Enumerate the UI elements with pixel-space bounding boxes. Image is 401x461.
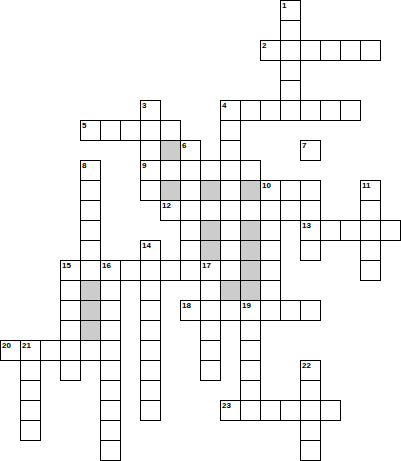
grid-cell[interactable] (200, 260, 221, 281)
grid-cell[interactable] (360, 240, 381, 261)
grid-cell[interactable] (200, 360, 221, 381)
shaded-cell (80, 300, 101, 321)
grid-cell[interactable] (280, 400, 301, 421)
grid-cell[interactable] (300, 440, 321, 461)
grid-cell[interactable] (300, 100, 321, 121)
grid-cell[interactable] (200, 160, 221, 181)
grid-cell[interactable] (120, 260, 141, 281)
grid-cell[interactable] (60, 360, 81, 381)
grid-cell[interactable] (140, 360, 161, 381)
grid-cell[interactable] (360, 220, 381, 241)
grid-cell[interactable] (200, 280, 221, 301)
grid-cell[interactable] (20, 340, 41, 361)
grid-cell[interactable] (280, 60, 301, 81)
grid-cell[interactable] (280, 0, 301, 21)
grid-cell[interactable] (280, 180, 301, 201)
grid-cell[interactable] (180, 200, 201, 221)
grid-cell[interactable] (280, 300, 301, 321)
grid-cell[interactable] (280, 80, 301, 101)
grid-cell[interactable] (160, 260, 181, 281)
grid-cell[interactable] (360, 200, 381, 221)
grid-cell[interactable] (160, 200, 181, 221)
grid-cell[interactable] (220, 120, 241, 141)
grid-cell[interactable] (280, 100, 301, 121)
shaded-cell (240, 220, 261, 241)
grid-cell[interactable] (220, 220, 241, 241)
grid-cell[interactable] (140, 320, 161, 341)
grid-cell[interactable] (120, 120, 141, 141)
grid-cell[interactable] (300, 420, 321, 441)
shaded-cell (80, 320, 101, 341)
grid-cell[interactable] (100, 280, 121, 301)
grid-cell[interactable] (200, 300, 221, 321)
grid-cell[interactable] (280, 200, 301, 221)
grid-cell[interactable] (300, 140, 321, 161)
grid-cell[interactable] (200, 200, 221, 221)
grid-cell[interactable] (300, 380, 321, 401)
grid-cell[interactable] (20, 420, 41, 441)
grid-cell[interactable] (240, 340, 261, 361)
grid-cell[interactable] (180, 220, 201, 241)
shaded-cell (80, 280, 101, 301)
grid-cell[interactable] (40, 340, 61, 361)
grid-cell[interactable] (60, 260, 81, 281)
grid-cell[interactable] (220, 140, 241, 161)
grid-cell[interactable] (220, 240, 241, 261)
shaded-cell (200, 220, 221, 241)
grid-cell[interactable] (100, 320, 121, 341)
grid-cell[interactable] (300, 40, 321, 61)
grid-cell[interactable] (100, 300, 121, 321)
grid-cell[interactable] (220, 100, 241, 121)
grid-cell[interactable] (100, 420, 121, 441)
grid-cell[interactable] (20, 380, 41, 401)
grid-cell[interactable] (260, 400, 281, 421)
grid-cell[interactable] (240, 100, 261, 121)
grid-cell[interactable] (80, 340, 101, 361)
grid-cell[interactable] (240, 380, 261, 401)
grid-cell[interactable] (240, 320, 261, 341)
shaded-cell (220, 280, 241, 301)
grid-cell[interactable] (180, 240, 201, 261)
grid-cell[interactable] (300, 200, 321, 221)
grid-cell[interactable] (220, 180, 241, 201)
shaded-cell (240, 180, 261, 201)
grid-cell[interactable] (180, 300, 201, 321)
crossword-grid: 1234567891011121314151617181920212223 (0, 0, 401, 461)
grid-cell[interactable] (220, 300, 241, 321)
grid-cell[interactable] (180, 260, 201, 281)
grid-cell[interactable] (180, 180, 201, 201)
grid-cell[interactable] (260, 40, 281, 61)
grid-cell[interactable] (140, 120, 161, 141)
grid-cell[interactable] (80, 260, 101, 281)
grid-cell[interactable] (140, 400, 161, 421)
grid-cell[interactable] (320, 40, 341, 61)
grid-cell[interactable] (220, 160, 241, 181)
grid-cell[interactable] (140, 260, 161, 281)
grid-cell[interactable] (20, 400, 41, 421)
grid-cell[interactable] (360, 180, 381, 201)
grid-cell[interactable] (140, 280, 161, 301)
grid-cell[interactable] (140, 160, 161, 181)
grid-cell[interactable] (80, 120, 101, 141)
grid-cell[interactable] (340, 220, 361, 241)
grid-cell[interactable] (140, 240, 161, 261)
grid-cell[interactable] (260, 100, 281, 121)
grid-cell[interactable] (80, 160, 101, 181)
grid-cell[interactable] (320, 400, 341, 421)
grid-cell[interactable] (320, 220, 341, 241)
grid-cell[interactable] (260, 300, 281, 321)
grid-cell[interactable] (240, 400, 261, 421)
grid-cell[interactable] (60, 280, 81, 301)
grid-cell[interactable] (160, 160, 181, 181)
grid-cell[interactable] (300, 400, 321, 421)
grid-cell[interactable] (240, 360, 261, 381)
grid-cell[interactable] (240, 200, 261, 221)
grid-cell[interactable] (100, 340, 121, 361)
shaded-cell (240, 280, 261, 301)
grid-cell[interactable] (140, 380, 161, 401)
grid-cell[interactable] (100, 260, 121, 281)
shaded-cell (240, 260, 261, 281)
grid-cell[interactable] (260, 180, 281, 201)
grid-cell[interactable] (100, 400, 121, 421)
shaded-cell (200, 180, 221, 201)
grid-cell[interactable] (340, 40, 361, 61)
grid-cell[interactable] (20, 360, 41, 381)
grid-cell[interactable] (60, 300, 81, 321)
grid-cell[interactable] (60, 340, 81, 361)
grid-cell[interactable] (300, 360, 321, 381)
grid-cell[interactable] (340, 100, 361, 121)
grid-cell[interactable] (240, 300, 261, 321)
grid-cell[interactable] (100, 380, 121, 401)
grid-cell[interactable] (80, 200, 101, 221)
grid-cell[interactable] (260, 260, 281, 281)
grid-cell[interactable] (80, 180, 101, 201)
grid-cell[interactable] (260, 200, 281, 221)
grid-cell[interactable] (180, 140, 201, 161)
grid-cell[interactable] (380, 220, 401, 241)
grid-cell[interactable] (200, 320, 221, 341)
grid-cell[interactable] (300, 300, 321, 321)
grid-cell[interactable] (320, 100, 341, 121)
grid-cell[interactable] (140, 300, 161, 321)
grid-cell[interactable] (260, 280, 281, 301)
grid-cell[interactable] (200, 340, 221, 361)
grid-cell[interactable] (280, 40, 301, 61)
grid-cell[interactable] (0, 340, 21, 361)
grid-cell[interactable] (100, 120, 121, 141)
grid-cell[interactable] (140, 100, 161, 121)
grid-cell[interactable] (360, 260, 381, 281)
grid-cell[interactable] (80, 240, 101, 261)
shaded-cell (160, 140, 181, 161)
grid-cell[interactable] (140, 340, 161, 361)
grid-cell[interactable] (60, 320, 81, 341)
grid-cell[interactable] (280, 20, 301, 41)
grid-cell[interactable] (220, 400, 241, 421)
grid-cell[interactable] (300, 180, 321, 201)
grid-cell[interactable] (100, 440, 121, 461)
grid-cell[interactable] (260, 220, 281, 241)
grid-cell[interactable] (180, 160, 201, 181)
grid-cell[interactable] (300, 220, 321, 241)
grid-cell[interactable] (300, 240, 321, 261)
shaded-cell (240, 240, 261, 261)
grid-cell[interactable] (140, 140, 161, 161)
grid-cell[interactable] (240, 160, 261, 181)
grid-cell[interactable] (140, 180, 161, 201)
grid-cell[interactable] (220, 260, 241, 281)
grid-cell[interactable] (100, 360, 121, 381)
shaded-cell (160, 180, 181, 201)
grid-cell[interactable] (360, 40, 381, 61)
grid-cell[interactable] (260, 240, 281, 261)
grid-cell[interactable] (80, 220, 101, 241)
grid-cell[interactable] (160, 120, 181, 141)
grid-cell[interactable] (220, 200, 241, 221)
shaded-cell (200, 240, 221, 261)
